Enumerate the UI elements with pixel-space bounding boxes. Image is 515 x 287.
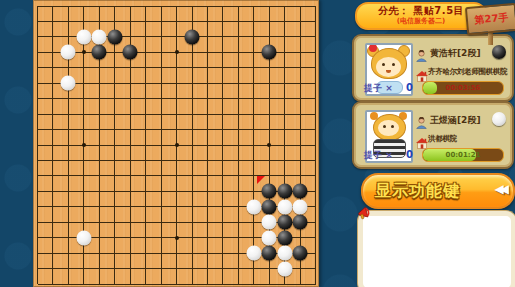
stone-white <box>277 261 292 276</box>
stone-black <box>293 184 308 199</box>
tiger-face <box>378 120 399 136</box>
cat-bow <box>369 44 377 52</box>
time-text: 00:01:21 <box>423 149 503 161</box>
cat-face <box>376 57 401 77</box>
stone-white <box>61 45 76 60</box>
player-icon <box>416 47 427 66</box>
star-point <box>82 143 86 147</box>
player-name: 王煜涵[2段] <box>430 114 481 127</box>
stone-white <box>262 215 277 230</box>
star-point <box>82 50 86 54</box>
captures-count: 0 <box>406 149 413 160</box>
tiger-eye-right <box>391 125 394 128</box>
stone-black <box>123 45 138 60</box>
captures-row: 提子 × 0 00:01:21 <box>364 148 506 162</box>
player-club: 洪都棋院 <box>428 134 457 144</box>
stone-white <box>293 199 308 214</box>
show-function-keys-button[interactable]: 显示功能键 ◀◀ <box>361 173 515 209</box>
stone-white <box>246 246 261 261</box>
chat-box[interactable] <box>358 211 515 287</box>
stone-white <box>246 199 261 214</box>
stone-black <box>277 230 292 245</box>
stone-white <box>277 199 292 214</box>
time-bar: 00:03:56 <box>422 81 504 95</box>
captures-count: 0 <box>406 82 413 93</box>
show-function-keys-label: 显示功能键 <box>375 181 460 202</box>
stone-indicator-white <box>492 112 506 126</box>
captures-row: 提子 × 0 00:03:56 <box>364 81 506 95</box>
stone-black <box>262 246 277 261</box>
stone-black <box>92 45 107 60</box>
player-club: 齐齐哈尔刘老师围棋棋院 <box>428 67 507 77</box>
stone-black <box>293 215 308 230</box>
go-board-grid <box>38 6 316 284</box>
game-screen: 分先： 黑贴7.5目 (电信服务器二) 第27手 黄浩轩[2段] <box>0 0 515 287</box>
player-club-row: 洪都棋院 <box>416 133 510 145</box>
stone-black <box>277 215 292 230</box>
cat-eye-right <box>392 63 395 66</box>
star-point <box>175 236 179 240</box>
captures-label: 提子 × <box>364 82 393 95</box>
move-number-sign: 第27手 <box>465 3 515 35</box>
stone-black <box>293 246 308 261</box>
go-board[interactable] <box>33 0 319 287</box>
stone-black <box>262 199 277 214</box>
star-point <box>175 50 179 54</box>
last-move-marker <box>257 176 265 184</box>
stone-white <box>262 230 277 245</box>
player-icon <box>416 114 427 133</box>
star-point <box>267 143 271 147</box>
player-card-white: 王煜涵[2段] 洪都棋院 提子 × 0 00:01:21 <box>352 101 514 169</box>
stone-white <box>76 29 91 44</box>
captures-label: 提子 × <box>364 149 393 162</box>
time-bar: 00:01:21 <box>422 148 504 162</box>
stone-white <box>61 76 76 91</box>
time-text: 00:03:56 <box>423 82 503 94</box>
tiger-eye-left <box>383 125 386 128</box>
stone-black <box>277 184 292 199</box>
player-club-row: 齐齐哈尔刘老师围棋棋院 <box>416 66 510 78</box>
star-point <box>175 143 179 147</box>
player-name: 黄浩轩[2段] <box>430 47 481 60</box>
stone-white <box>277 246 292 261</box>
rewind-icon: ◀◀ <box>495 182 505 196</box>
stone-black <box>185 29 200 44</box>
stone-black <box>107 29 122 44</box>
cat-eye-left <box>382 63 385 66</box>
stone-white <box>76 230 91 245</box>
stone-black <box>262 45 277 60</box>
stone-indicator-black <box>492 45 506 59</box>
stone-black <box>262 184 277 199</box>
stone-white <box>92 29 107 44</box>
